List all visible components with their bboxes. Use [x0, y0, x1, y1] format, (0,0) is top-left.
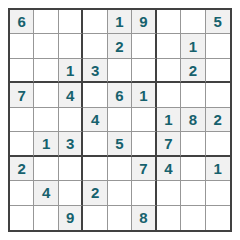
cell-r8c8[interactable] — [181, 181, 205, 205]
cell-r3c3[interactable]: 1 — [59, 59, 83, 83]
cell-r9c7[interactable] — [157, 206, 181, 230]
cell-r8c2[interactable]: 4 — [34, 181, 58, 205]
cell-r5c5[interactable] — [108, 108, 132, 132]
cell-r6c7[interactable]: 7 — [157, 132, 181, 156]
cell-r8c5[interactable] — [108, 181, 132, 205]
cell-r4c8[interactable] — [181, 83, 205, 107]
cell-r6c2[interactable]: 1 — [34, 132, 58, 156]
cell-r7c8[interactable] — [181, 157, 205, 181]
cell-r3c5[interactable] — [108, 59, 132, 83]
cell-r6c5[interactable]: 5 — [108, 132, 132, 156]
cell-r1c1[interactable]: 6 — [10, 10, 34, 34]
cell-r2c8[interactable]: 1 — [181, 34, 205, 58]
cell-r3c8[interactable]: 2 — [181, 59, 205, 83]
cell-r4c9[interactable] — [206, 83, 230, 107]
cell-r1c8[interactable] — [181, 10, 205, 34]
cell-r7c4[interactable] — [83, 157, 107, 181]
cell-r1c6[interactable]: 9 — [132, 10, 156, 34]
cell-r6c6[interactable] — [132, 132, 156, 156]
cell-r3c6[interactable] — [132, 59, 156, 83]
cell-r5c9[interactable]: 2 — [206, 108, 230, 132]
cell-r1c3[interactable] — [59, 10, 83, 34]
cell-r7c7[interactable]: 4 — [157, 157, 181, 181]
cell-r4c2[interactable] — [34, 83, 58, 107]
cell-r8c6[interactable] — [132, 181, 156, 205]
cell-r9c2[interactable] — [34, 206, 58, 230]
cell-r7c1[interactable]: 2 — [10, 157, 34, 181]
cell-r7c3[interactable] — [59, 157, 83, 181]
cell-r4c5[interactable]: 6 — [108, 83, 132, 107]
cell-r8c9[interactable] — [206, 181, 230, 205]
cell-r2c6[interactable] — [132, 34, 156, 58]
cell-r3c1[interactable] — [10, 59, 34, 83]
cell-r4c3[interactable]: 4 — [59, 83, 83, 107]
cell-r5c2[interactable] — [34, 108, 58, 132]
cell-r1c9[interactable]: 5 — [206, 10, 230, 34]
cell-r9c9[interactable] — [206, 206, 230, 230]
cell-r5c7[interactable]: 1 — [157, 108, 181, 132]
cell-r3c4[interactable]: 3 — [83, 59, 107, 83]
cell-r5c3[interactable] — [59, 108, 83, 132]
sudoku-app: 61952113274614182135727414298 — [0, 0, 240, 240]
cell-r2c3[interactable] — [59, 34, 83, 58]
cell-r6c4[interactable] — [83, 132, 107, 156]
cell-r8c7[interactable] — [157, 181, 181, 205]
cell-r9c6[interactable]: 8 — [132, 206, 156, 230]
cell-r4c1[interactable]: 7 — [10, 83, 34, 107]
cell-r7c9[interactable]: 1 — [206, 157, 230, 181]
cell-r9c5[interactable] — [108, 206, 132, 230]
cell-r7c6[interactable]: 7 — [132, 157, 156, 181]
cell-r8c4[interactable]: 2 — [83, 181, 107, 205]
cell-r7c5[interactable] — [108, 157, 132, 181]
cell-r4c7[interactable] — [157, 83, 181, 107]
cell-r3c9[interactable] — [206, 59, 230, 83]
cell-r5c6[interactable] — [132, 108, 156, 132]
cell-r6c3[interactable]: 3 — [59, 132, 83, 156]
cell-r8c1[interactable] — [10, 181, 34, 205]
cell-r3c2[interactable] — [34, 59, 58, 83]
cell-r4c6[interactable]: 1 — [132, 83, 156, 107]
cell-r3c7[interactable] — [157, 59, 181, 83]
cell-r7c2[interactable] — [34, 157, 58, 181]
cell-r4c4[interactable] — [83, 83, 107, 107]
cell-r1c5[interactable]: 1 — [108, 10, 132, 34]
cell-r1c2[interactable] — [34, 10, 58, 34]
cell-r6c8[interactable] — [181, 132, 205, 156]
cell-r5c8[interactable]: 8 — [181, 108, 205, 132]
cell-r2c7[interactable] — [157, 34, 181, 58]
cell-r6c9[interactable] — [206, 132, 230, 156]
cell-r9c4[interactable] — [83, 206, 107, 230]
cell-r8c3[interactable] — [59, 181, 83, 205]
cell-r9c1[interactable] — [10, 206, 34, 230]
cell-r2c4[interactable] — [83, 34, 107, 58]
cell-r5c1[interactable] — [10, 108, 34, 132]
sudoku-board: 61952113274614182135727414298 — [8, 8, 232, 232]
cell-r1c4[interactable] — [83, 10, 107, 34]
cell-r1c7[interactable] — [157, 10, 181, 34]
cell-r2c5[interactable]: 2 — [108, 34, 132, 58]
cell-r6c1[interactable] — [10, 132, 34, 156]
cell-r5c4[interactable]: 4 — [83, 108, 107, 132]
cell-r2c1[interactable] — [10, 34, 34, 58]
cell-r9c8[interactable] — [181, 206, 205, 230]
cell-r2c9[interactable] — [206, 34, 230, 58]
cell-r9c3[interactable]: 9 — [59, 206, 83, 230]
cell-r2c2[interactable] — [34, 34, 58, 58]
